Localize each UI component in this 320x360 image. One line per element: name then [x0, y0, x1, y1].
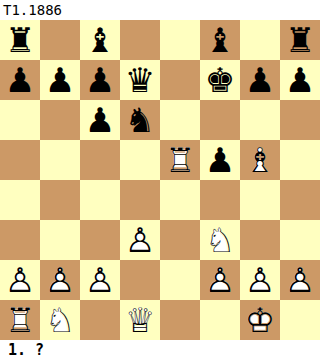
- chess-puzzle-screen: T1.1886 ♜♝♝♜♟♟♟♛♚♟♟♟♞♜♖♟♝♗♟♙♞♘♟♙♟♙♟♙♟♙♟♙…: [0, 0, 320, 360]
- puzzle-id-label: T1.1886: [3, 1, 62, 19]
- square-h5[interactable]: [280, 140, 320, 180]
- square-g2[interactable]: ♟♙: [240, 260, 280, 300]
- square-c1[interactable]: [80, 300, 120, 340]
- square-a5[interactable]: [0, 140, 40, 180]
- piece-black-bishop: ♝: [80, 20, 120, 60]
- piece-white-pawn: ♟♙: [120, 220, 160, 260]
- move-prompt-label: 1. ?: [8, 340, 44, 360]
- square-f8[interactable]: ♝: [200, 20, 240, 60]
- square-e8[interactable]: [160, 20, 200, 60]
- square-b8[interactable]: [40, 20, 80, 60]
- square-h2[interactable]: ♟♙: [280, 260, 320, 300]
- piece-black-pawn: ♟: [40, 60, 80, 100]
- square-e4[interactable]: [160, 180, 200, 220]
- piece-black-pawn: ♟: [200, 140, 240, 180]
- piece-black-knight: ♞: [120, 100, 160, 140]
- square-c7[interactable]: ♟: [80, 60, 120, 100]
- square-e1[interactable]: [160, 300, 200, 340]
- piece-white-king: ♚♔: [240, 300, 280, 340]
- piece-white-knight: ♞♘: [200, 220, 240, 260]
- square-f1[interactable]: [200, 300, 240, 340]
- square-f2[interactable]: ♟♙: [200, 260, 240, 300]
- square-g8[interactable]: [240, 20, 280, 60]
- square-g1[interactable]: ♚♔: [240, 300, 280, 340]
- piece-white-knight: ♞♘: [40, 300, 80, 340]
- piece-black-pawn: ♟: [240, 60, 280, 100]
- square-d7[interactable]: ♛: [120, 60, 160, 100]
- piece-black-pawn: ♟: [80, 100, 120, 140]
- square-b2[interactable]: ♟♙: [40, 260, 80, 300]
- square-b6[interactable]: [40, 100, 80, 140]
- piece-white-rook: ♜♖: [160, 140, 200, 180]
- square-d4[interactable]: [120, 180, 160, 220]
- square-h6[interactable]: [280, 100, 320, 140]
- square-h7[interactable]: ♟: [280, 60, 320, 100]
- piece-black-king: ♚: [200, 60, 240, 100]
- square-b5[interactable]: [40, 140, 80, 180]
- square-h8[interactable]: ♜: [280, 20, 320, 60]
- square-a2[interactable]: ♟♙: [0, 260, 40, 300]
- piece-black-rook: ♜: [0, 20, 40, 60]
- square-d2[interactable]: [120, 260, 160, 300]
- square-f3[interactable]: ♞♘: [200, 220, 240, 260]
- square-a3[interactable]: [0, 220, 40, 260]
- piece-black-pawn: ♟: [0, 60, 40, 100]
- square-b1[interactable]: ♞♘: [40, 300, 80, 340]
- piece-white-pawn: ♟♙: [280, 260, 320, 300]
- square-c5[interactable]: [80, 140, 120, 180]
- square-e2[interactable]: [160, 260, 200, 300]
- square-d1[interactable]: ♛♕: [120, 300, 160, 340]
- piece-black-rook: ♜: [280, 20, 320, 60]
- square-h4[interactable]: [280, 180, 320, 220]
- square-h3[interactable]: [280, 220, 320, 260]
- square-c8[interactable]: ♝: [80, 20, 120, 60]
- square-a8[interactable]: ♜: [0, 20, 40, 60]
- piece-white-queen: ♛♕: [120, 300, 160, 340]
- chess-board: ♜♝♝♜♟♟♟♛♚♟♟♟♞♜♖♟♝♗♟♙♞♘♟♙♟♙♟♙♟♙♟♙♟♙♜♖♞♘♛♕…: [0, 20, 320, 340]
- square-a7[interactable]: ♟: [0, 60, 40, 100]
- piece-white-pawn: ♟♙: [200, 260, 240, 300]
- piece-white-pawn: ♟♙: [240, 260, 280, 300]
- square-f4[interactable]: [200, 180, 240, 220]
- piece-black-queen: ♛: [120, 60, 160, 100]
- square-f6[interactable]: [200, 100, 240, 140]
- square-b4[interactable]: [40, 180, 80, 220]
- square-e7[interactable]: [160, 60, 200, 100]
- square-d6[interactable]: ♞: [120, 100, 160, 140]
- square-c6[interactable]: ♟: [80, 100, 120, 140]
- square-a4[interactable]: [0, 180, 40, 220]
- piece-white-pawn: ♟♙: [80, 260, 120, 300]
- square-b7[interactable]: ♟: [40, 60, 80, 100]
- piece-black-pawn: ♟: [80, 60, 120, 100]
- piece-white-bishop: ♝♗: [240, 140, 280, 180]
- piece-white-pawn: ♟♙: [40, 260, 80, 300]
- square-f7[interactable]: ♚: [200, 60, 240, 100]
- piece-white-rook: ♜♖: [0, 300, 40, 340]
- square-g3[interactable]: [240, 220, 280, 260]
- square-g6[interactable]: [240, 100, 280, 140]
- square-d5[interactable]: [120, 140, 160, 180]
- piece-black-pawn: ♟: [280, 60, 320, 100]
- square-c2[interactable]: ♟♙: [80, 260, 120, 300]
- piece-white-pawn: ♟♙: [0, 260, 40, 300]
- square-b3[interactable]: [40, 220, 80, 260]
- square-d3[interactable]: ♟♙: [120, 220, 160, 260]
- square-a6[interactable]: [0, 100, 40, 140]
- square-c4[interactable]: [80, 180, 120, 220]
- square-g5[interactable]: ♝♗: [240, 140, 280, 180]
- square-e5[interactable]: ♜♖: [160, 140, 200, 180]
- square-g4[interactable]: [240, 180, 280, 220]
- piece-black-bishop: ♝: [200, 20, 240, 60]
- square-g7[interactable]: ♟: [240, 60, 280, 100]
- square-a1[interactable]: ♜♖: [0, 300, 40, 340]
- square-e6[interactable]: [160, 100, 200, 140]
- square-c3[interactable]: [80, 220, 120, 260]
- square-d8[interactable]: [120, 20, 160, 60]
- square-e3[interactable]: [160, 220, 200, 260]
- square-h1[interactable]: [280, 300, 320, 340]
- square-f5[interactable]: ♟: [200, 140, 240, 180]
